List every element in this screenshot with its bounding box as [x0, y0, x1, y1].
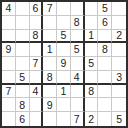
cell-r6c6-given[interactable]: 4 [71, 71, 85, 85]
cell-r3c7-given[interactable]: 1 [85, 30, 99, 44]
cell-r3c8-empty[interactable] [98, 30, 112, 44]
cell-r9c5-empty[interactable] [57, 112, 71, 126]
cell-r5c3-given[interactable]: 7 [30, 57, 44, 71]
cell-r7c4-empty[interactable] [43, 85, 57, 99]
cell-r9c7-given[interactable]: 2 [85, 112, 99, 126]
cell-r7c1-given[interactable]: 7 [2, 85, 16, 99]
sudoku-board: 4675868512915879558437418896725 [0, 0, 128, 128]
cell-r4c3-empty[interactable] [30, 43, 44, 57]
cell-r6c9-given[interactable]: 3 [112, 71, 126, 85]
cell-r7c2-empty[interactable] [16, 85, 30, 99]
cell-r4c4-given[interactable]: 1 [43, 43, 57, 57]
cell-r7c8-empty[interactable] [98, 85, 112, 99]
cell-r7c9-empty[interactable] [112, 85, 126, 99]
cell-r3c6-empty[interactable] [71, 30, 85, 44]
cell-r8c7-empty[interactable] [85, 98, 99, 112]
cell-r8c4-given[interactable]: 9 [43, 98, 57, 112]
cell-r4c9-empty[interactable] [112, 43, 126, 57]
cell-r4c7-empty[interactable] [85, 43, 99, 57]
cell-r1c4-given[interactable]: 7 [43, 2, 57, 16]
cell-r8c9-empty[interactable] [112, 98, 126, 112]
cell-r1c7-empty[interactable] [85, 2, 99, 16]
cell-r6c2-given[interactable]: 5 [16, 71, 30, 85]
cell-r5c2-empty[interactable] [16, 57, 30, 71]
cell-r5c7-given[interactable]: 5 [85, 57, 99, 71]
cell-r4c8-given[interactable]: 8 [98, 43, 112, 57]
cell-r1c8-given[interactable]: 5 [98, 2, 112, 16]
cell-r2c9-empty[interactable] [112, 16, 126, 30]
cell-r4c1-given[interactable]: 9 [2, 43, 16, 57]
cell-r8c8-empty[interactable] [98, 98, 112, 112]
cell-r5c8-empty[interactable] [98, 57, 112, 71]
cell-r3c4-empty[interactable] [43, 30, 57, 44]
cell-r2c6-given[interactable]: 8 [71, 16, 85, 30]
cell-r6c4-given[interactable]: 8 [43, 71, 57, 85]
cell-r4c2-empty[interactable] [16, 43, 30, 57]
cell-r5c9-empty[interactable] [112, 57, 126, 71]
cell-r3c3-given[interactable]: 8 [30, 30, 44, 44]
cell-r1c1-given[interactable]: 4 [2, 2, 16, 16]
cell-r2c1-empty[interactable] [2, 16, 16, 30]
cell-r2c7-empty[interactable] [85, 16, 99, 30]
cell-r8c5-empty[interactable] [57, 98, 71, 112]
cell-r9c3-empty[interactable] [30, 112, 44, 126]
cell-r7c5-given[interactable]: 1 [57, 85, 71, 99]
cell-r9c4-empty[interactable] [43, 112, 57, 126]
cell-r1c3-given[interactable]: 6 [30, 2, 44, 16]
cell-r1c2-empty[interactable] [16, 2, 30, 16]
cell-r2c2-empty[interactable] [16, 16, 30, 30]
cell-r5c5-given[interactable]: 9 [57, 57, 71, 71]
cell-r2c3-empty[interactable] [30, 16, 44, 30]
cell-r7c6-empty[interactable] [71, 85, 85, 99]
cell-r3c5-given[interactable]: 5 [57, 30, 71, 44]
cell-r3c2-empty[interactable] [16, 30, 30, 44]
cell-r8c6-empty[interactable] [71, 98, 85, 112]
cell-r4c5-empty[interactable] [57, 43, 71, 57]
cell-r2c4-empty[interactable] [43, 16, 57, 30]
cell-r1c5-empty[interactable] [57, 2, 71, 16]
cell-r9c1-empty[interactable] [2, 112, 16, 126]
cell-r5c6-empty[interactable] [71, 57, 85, 71]
cell-r3c1-empty[interactable] [2, 30, 16, 44]
cell-r9c2-given[interactable]: 6 [16, 112, 30, 126]
cell-r9c9-given[interactable]: 5 [112, 112, 126, 126]
cell-r8c1-empty[interactable] [2, 98, 16, 112]
cell-r6c7-empty[interactable] [85, 71, 99, 85]
cell-r9c8-empty[interactable] [98, 112, 112, 126]
cell-r9c6-given[interactable]: 7 [71, 112, 85, 126]
cell-r8c2-given[interactable]: 8 [16, 98, 30, 112]
cell-r1c9-empty[interactable] [112, 2, 126, 16]
cell-r2c5-empty[interactable] [57, 16, 71, 30]
cell-r5c1-empty[interactable] [2, 57, 16, 71]
cell-r6c5-empty[interactable] [57, 71, 71, 85]
cell-r1c6-empty[interactable] [71, 2, 85, 16]
cell-r6c8-empty[interactable] [98, 71, 112, 85]
cell-r3c9-given[interactable]: 2 [112, 30, 126, 44]
cell-r6c3-empty[interactable] [30, 71, 44, 85]
cell-r6c1-empty[interactable] [2, 71, 16, 85]
cell-r2c8-given[interactable]: 6 [98, 16, 112, 30]
cell-r8c3-empty[interactable] [30, 98, 44, 112]
cell-r7c7-given[interactable]: 8 [85, 85, 99, 99]
cell-r7c3-given[interactable]: 4 [30, 85, 44, 99]
cell-r4c6-given[interactable]: 5 [71, 43, 85, 57]
cell-r5c4-empty[interactable] [43, 57, 57, 71]
